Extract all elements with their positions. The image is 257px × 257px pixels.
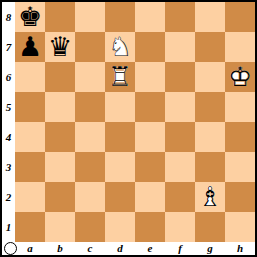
file-label-e: e <box>135 242 165 255</box>
square-b7[interactable]: ♛ <box>45 32 75 62</box>
file-label-h: h <box>225 242 255 255</box>
square-b8[interactable] <box>45 2 75 32</box>
square-h2[interactable] <box>225 182 255 212</box>
square-g5[interactable] <box>195 92 225 122</box>
square-d4[interactable] <box>105 122 135 152</box>
piece-black-queen[interactable]: ♛ <box>45 32 75 62</box>
square-d5[interactable] <box>105 92 135 122</box>
square-e8[interactable] <box>135 2 165 32</box>
square-d2[interactable] <box>105 182 135 212</box>
square-c2[interactable] <box>75 182 105 212</box>
square-d8[interactable] <box>105 2 135 32</box>
square-e6[interactable] <box>135 62 165 92</box>
square-b4[interactable] <box>45 122 75 152</box>
square-g2[interactable]: ♝♗ <box>195 182 225 212</box>
square-a3[interactable] <box>15 152 45 182</box>
square-e7[interactable] <box>135 32 165 62</box>
rank-label-7: 7 <box>2 32 15 62</box>
square-b1[interactable] <box>45 212 75 242</box>
file-label-c: c <box>75 242 105 255</box>
square-h6[interactable]: ♚♔ <box>225 62 255 92</box>
square-h8[interactable] <box>225 2 255 32</box>
square-d7[interactable]: ♞♘ <box>105 32 135 62</box>
square-c7[interactable] <box>75 32 105 62</box>
piece-white-bishop[interactable]: ♝♗ <box>195 182 225 212</box>
piece-black-king[interactable]: ♚ <box>15 2 45 32</box>
piece-white-rook[interactable]: ♜♖ <box>105 62 135 92</box>
square-b6[interactable] <box>45 62 75 92</box>
square-h3[interactable] <box>225 152 255 182</box>
square-c6[interactable] <box>75 62 105 92</box>
square-g4[interactable] <box>195 122 225 152</box>
rank-label-3: 3 <box>2 152 15 182</box>
rank-label-8: 8 <box>2 2 15 32</box>
square-d6[interactable]: ♜♖ <box>105 62 135 92</box>
rank-label-5: 5 <box>2 92 15 122</box>
rank-label-2: 2 <box>2 182 15 212</box>
square-c8[interactable] <box>75 2 105 32</box>
square-a2[interactable] <box>15 182 45 212</box>
piece-white-knight[interactable]: ♞♘ <box>105 32 135 62</box>
square-a8[interactable]: ♚ <box>15 2 45 32</box>
board: ♚♟♛♞♘♜♖♚♔♝♗ <box>15 2 255 242</box>
square-f2[interactable] <box>165 182 195 212</box>
square-e1[interactable] <box>135 212 165 242</box>
file-label-d: d <box>105 242 135 255</box>
square-f7[interactable] <box>165 32 195 62</box>
square-c5[interactable] <box>75 92 105 122</box>
square-c4[interactable] <box>75 122 105 152</box>
square-b2[interactable] <box>45 182 75 212</box>
piece-white-king[interactable]: ♚♔ <box>225 62 255 92</box>
file-label-a: a <box>15 242 45 255</box>
square-a6[interactable] <box>15 62 45 92</box>
square-f1[interactable] <box>165 212 195 242</box>
square-g6[interactable] <box>195 62 225 92</box>
square-c1[interactable] <box>75 212 105 242</box>
square-g7[interactable] <box>195 32 225 62</box>
square-h4[interactable] <box>225 122 255 152</box>
square-a4[interactable] <box>15 122 45 152</box>
square-e5[interactable] <box>135 92 165 122</box>
square-c3[interactable] <box>75 152 105 182</box>
square-g1[interactable] <box>195 212 225 242</box>
rank-label-4: 4 <box>2 122 15 152</box>
square-e4[interactable] <box>135 122 165 152</box>
square-f6[interactable] <box>165 62 195 92</box>
square-g3[interactable] <box>195 152 225 182</box>
square-a7[interactable]: ♟ <box>15 32 45 62</box>
square-h1[interactable] <box>225 212 255 242</box>
square-f4[interactable] <box>165 122 195 152</box>
square-e2[interactable] <box>135 182 165 212</box>
square-h7[interactable] <box>225 32 255 62</box>
square-a5[interactable] <box>15 92 45 122</box>
square-f3[interactable] <box>165 152 195 182</box>
square-b5[interactable] <box>45 92 75 122</box>
rank-labels: 87654321 <box>2 2 15 242</box>
rank-label-1: 1 <box>2 212 15 242</box>
square-g8[interactable] <box>195 2 225 32</box>
square-d3[interactable] <box>105 152 135 182</box>
file-label-g: g <box>195 242 225 255</box>
rank-label-6: 6 <box>2 62 15 92</box>
white-to-move-indicator-circle <box>4 242 17 255</box>
file-labels: abcdefgh <box>15 242 255 255</box>
square-h5[interactable] <box>225 92 255 122</box>
file-label-f: f <box>165 242 195 255</box>
square-f5[interactable] <box>165 92 195 122</box>
chess-diagram: 87654321 ♚♟♛♞♘♜♖♚♔♝♗ abcdefgh <box>0 0 257 257</box>
square-f8[interactable] <box>165 2 195 32</box>
piece-black-pawn[interactable]: ♟ <box>15 32 45 62</box>
square-a1[interactable] <box>15 212 45 242</box>
file-label-b: b <box>45 242 75 255</box>
square-b3[interactable] <box>45 152 75 182</box>
square-e3[interactable] <box>135 152 165 182</box>
square-d1[interactable] <box>105 212 135 242</box>
